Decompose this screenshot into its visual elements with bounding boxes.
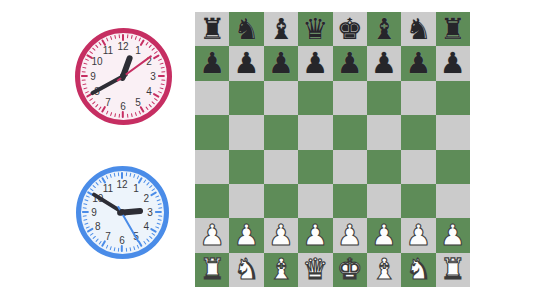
white-bishop[interactable]: ♝ — [371, 255, 397, 284]
black-bishop[interactable]: ♝ — [371, 15, 397, 44]
clock-numeral-9: 9 — [90, 71, 96, 82]
minute-tick — [161, 84, 165, 86]
minute-tick — [82, 215, 86, 216]
white-pawn[interactable]: ♟ — [234, 221, 260, 250]
square-e4[interactable] — [333, 150, 367, 184]
square-c3[interactable] — [264, 184, 298, 218]
square-b8[interactable]: ♞ — [229, 12, 263, 46]
clock-numeral-1: 1 — [133, 182, 139, 193]
clock-numeral-3: 3 — [150, 71, 156, 82]
square-b1[interactable]: ♞ — [229, 253, 263, 287]
minute-tick — [151, 48, 154, 51]
minute-tick — [84, 58, 88, 60]
white-pawn[interactable]: ♟ — [302, 221, 328, 250]
clock-numeral-6: 6 — [119, 235, 125, 246]
square-b4[interactable] — [229, 150, 263, 184]
black-pawn[interactable]: ♟ — [337, 49, 363, 78]
minute-tick — [105, 37, 107, 41]
minute-tick — [83, 203, 87, 205]
white-rook[interactable]: ♜ — [440, 255, 466, 284]
minute-tick — [149, 185, 152, 188]
square-a3[interactable] — [195, 184, 229, 218]
minute-tick — [89, 188, 92, 191]
white-king[interactable]: ♚ — [337, 255, 363, 284]
square-g3[interactable] — [401, 184, 435, 218]
square-h1[interactable]: ♜ — [436, 253, 470, 287]
square-h7[interactable]: ♟ — [436, 46, 470, 80]
minute-tick — [85, 226, 89, 228]
square-h4[interactable] — [436, 150, 470, 184]
square-g5[interactable] — [401, 115, 435, 149]
clock-numeral-1: 1 — [135, 45, 141, 56]
square-a8[interactable]: ♜ — [195, 12, 229, 46]
minute-tick — [85, 195, 89, 197]
clock-numeral-5: 5 — [135, 96, 141, 107]
minute-tick — [95, 44, 98, 47]
square-d3[interactable] — [298, 184, 332, 218]
minute-tick — [134, 36, 136, 40]
minute-tick — [155, 226, 159, 228]
square-d2[interactable]: ♟ — [298, 218, 332, 252]
minute-tick — [143, 241, 146, 244]
black-knight[interactable]: ♞ — [405, 15, 431, 44]
square-f6[interactable] — [367, 81, 401, 115]
minute-tick — [158, 58, 162, 60]
minute-tick — [154, 51, 157, 54]
square-g4[interactable] — [401, 150, 435, 184]
square-f5[interactable] — [367, 115, 401, 149]
minute-tick — [131, 35, 133, 39]
square-c6[interactable] — [264, 81, 298, 115]
square-a2[interactable]: ♟ — [195, 218, 229, 252]
square-c1[interactable]: ♝ — [264, 253, 298, 287]
square-c4[interactable] — [264, 150, 298, 184]
minute-tick — [161, 67, 165, 69]
minute-tick — [84, 91, 88, 93]
square-f2[interactable]: ♟ — [367, 218, 401, 252]
square-d8[interactable]: ♛ — [298, 12, 332, 46]
minute-tick — [158, 219, 162, 221]
minute-tick — [133, 174, 135, 178]
minute-tick — [118, 114, 119, 118]
minute-tick — [113, 173, 115, 177]
clock-center-cap — [120, 73, 126, 79]
clock-numeral-7: 7 — [105, 96, 111, 107]
square-c7[interactable]: ♟ — [264, 46, 298, 80]
minute-tick — [161, 71, 165, 72]
minute-tick — [98, 241, 101, 244]
minute-tick — [157, 199, 161, 201]
square-f8[interactable]: ♝ — [367, 12, 401, 46]
minute-tick — [84, 199, 88, 201]
minute-tick — [98, 107, 101, 110]
minute-tick — [145, 107, 148, 110]
minute-tick — [114, 35, 116, 39]
black-pawn[interactable]: ♟ — [234, 49, 260, 78]
black-king[interactable]: ♚ — [337, 15, 363, 44]
square-a4[interactable] — [195, 150, 229, 184]
black-knight[interactable]: ♞ — [234, 15, 260, 44]
white-rook[interactable]: ♜ — [199, 255, 225, 284]
clock-numeral-11: 11 — [103, 182, 113, 193]
square-g6[interactable] — [401, 81, 435, 115]
minute-tick — [159, 63, 163, 65]
clock-numeral-8: 8 — [95, 221, 101, 232]
minute-tick — [129, 248, 131, 252]
minute-tick — [91, 48, 94, 51]
minute-tick — [158, 215, 162, 216]
white-pawn[interactable]: ♟ — [405, 221, 431, 250]
minute-tick — [158, 203, 162, 205]
black-rook[interactable]: ♜ — [440, 15, 466, 44]
minute-tick — [136, 175, 138, 179]
square-g8[interactable]: ♞ — [401, 12, 435, 46]
clock-numeral-3: 3 — [147, 207, 153, 218]
white-knight[interactable]: ♞ — [234, 255, 260, 284]
minute-tick — [125, 172, 126, 176]
hour-tick — [155, 211, 162, 213]
minute-tick — [82, 207, 86, 208]
clock-numeral-11: 11 — [103, 45, 113, 56]
minute-tick — [82, 67, 86, 69]
square-h6[interactable] — [436, 81, 470, 115]
minute-tick — [84, 223, 88, 225]
minute-tick — [91, 101, 94, 104]
clock-numeral-6: 6 — [120, 101, 126, 112]
minute-tick — [138, 111, 140, 115]
minute-tick — [98, 179, 101, 182]
minute-tick — [136, 245, 138, 249]
black-pawn[interactable]: ♟ — [302, 49, 328, 78]
white-bishop[interactable]: ♝ — [268, 255, 294, 284]
minute-tick — [82, 84, 86, 86]
square-e6[interactable] — [333, 81, 367, 115]
clock-numeral-10: 10 — [91, 56, 102, 67]
minute-tick — [89, 233, 92, 236]
clock-numeral-4: 4 — [143, 221, 149, 232]
clock-numeral-9: 9 — [91, 207, 97, 218]
square-e2[interactable]: ♟ — [333, 218, 367, 252]
clock-numeral-4: 4 — [146, 86, 152, 97]
minute-tick — [105, 175, 107, 179]
square-b7[interactable]: ♟ — [229, 46, 263, 80]
square-e7[interactable]: ♟ — [333, 46, 367, 80]
black-pawn[interactable]: ♟ — [440, 49, 466, 78]
square-b5[interactable] — [229, 115, 263, 149]
black-pawn[interactable]: ♟ — [268, 49, 294, 78]
black-pawn[interactable]: ♟ — [371, 49, 397, 78]
hour-tick — [121, 246, 123, 253]
white-pawn[interactable]: ♟ — [199, 221, 225, 250]
square-c5[interactable] — [264, 115, 298, 149]
minute-tick — [105, 111, 107, 115]
white-knight[interactable]: ♞ — [405, 255, 431, 284]
black-bishop[interactable]: ♝ — [268, 15, 294, 44]
square-g2[interactable]: ♟ — [401, 218, 435, 252]
square-g7[interactable]: ♟ — [401, 46, 435, 80]
minute-tick — [159, 87, 163, 89]
square-c2[interactable]: ♟ — [264, 218, 298, 252]
minute-tick — [92, 185, 95, 188]
square-d7[interactable]: ♟ — [298, 46, 332, 80]
minute-tick — [151, 188, 154, 191]
square-e3[interactable] — [333, 184, 367, 218]
minute-tick — [127, 114, 128, 118]
minute-tick — [155, 195, 159, 197]
black-queen[interactable]: ♛ — [302, 15, 328, 44]
white-queen[interactable]: ♛ — [302, 255, 328, 284]
minute-tick — [117, 248, 118, 252]
square-a6[interactable] — [195, 81, 229, 115]
clock-numeral-12: 12 — [116, 179, 127, 190]
hour-tick — [122, 112, 124, 119]
square-f7[interactable]: ♟ — [367, 46, 401, 80]
square-b6[interactable] — [229, 81, 263, 115]
square-c8[interactable]: ♝ — [264, 12, 298, 46]
black-rook[interactable]: ♜ — [199, 15, 225, 44]
minute-tick — [158, 207, 162, 208]
minute-tick — [113, 248, 115, 252]
square-e1[interactable]: ♚ — [333, 253, 367, 287]
hour-tick — [82, 211, 89, 213]
minute-tick — [146, 182, 149, 185]
minute-tick — [143, 179, 146, 182]
clock-center-cap — [119, 209, 125, 215]
square-a1[interactable]: ♜ — [195, 253, 229, 287]
square-d4[interactable] — [298, 150, 332, 184]
minute-tick — [145, 42, 148, 45]
minute-tick — [105, 245, 107, 249]
square-h5[interactable] — [436, 115, 470, 149]
square-g1[interactable]: ♞ — [401, 253, 435, 287]
square-b3[interactable] — [229, 184, 263, 218]
clock-numeral-12: 12 — [117, 41, 128, 52]
square-d6[interactable] — [298, 81, 332, 115]
minute-tick — [148, 44, 151, 47]
minute-tick — [81, 80, 85, 81]
minute-tick — [154, 98, 157, 101]
white-pawn[interactable]: ♟ — [337, 221, 363, 250]
minute-tick — [134, 112, 136, 116]
minute-tick — [157, 223, 161, 225]
clocks-and-chess-scene: 123456789101112 123456789101112 ♜♞♝♛♚♝♞♜… — [0, 0, 540, 300]
square-f3[interactable] — [367, 184, 401, 218]
square-a7[interactable]: ♟ — [195, 46, 229, 80]
minute-tick — [109, 174, 111, 178]
minute-tick — [95, 104, 98, 107]
minute-tick — [161, 80, 165, 81]
square-h2[interactable]: ♟ — [436, 218, 470, 252]
minute-tick — [158, 91, 162, 93]
minute-tick — [95, 239, 98, 242]
black-pawn[interactable]: ♟ — [405, 49, 431, 78]
square-f1[interactable]: ♝ — [367, 253, 401, 287]
analog-clock-pink: 123456789101112 — [75, 28, 172, 125]
minute-tick — [98, 42, 101, 45]
minute-tick — [83, 63, 87, 65]
white-pawn[interactable]: ♟ — [440, 221, 466, 250]
square-d5[interactable] — [298, 115, 332, 149]
analog-clock-blue: 123456789101112 — [76, 166, 169, 259]
minute-tick — [117, 172, 118, 176]
square-e8[interactable]: ♚ — [333, 12, 367, 46]
minute-tick — [92, 236, 95, 239]
square-a5[interactable] — [195, 115, 229, 149]
black-pawn[interactable]: ♟ — [199, 49, 225, 78]
minute-tick — [146, 239, 149, 242]
square-h3[interactable] — [436, 184, 470, 218]
minute-tick — [89, 51, 92, 54]
minute-tick — [89, 98, 92, 101]
square-e5[interactable] — [333, 115, 367, 149]
white-pawn[interactable]: ♟ — [371, 221, 397, 250]
minute-tick — [110, 36, 112, 40]
chess-board[interactable]: ♜♞♝♛♚♝♞♜♟♟♟♟♟♟♟♟♟♟♟♟♟♟♟♟♜♞♝♛♚♝♞♜ — [195, 12, 470, 287]
minute-tick — [83, 87, 87, 89]
white-pawn[interactable]: ♟ — [268, 221, 294, 250]
minute-tick — [118, 34, 119, 38]
square-d1[interactable]: ♛ — [298, 253, 332, 287]
minute-tick — [148, 104, 151, 107]
minute-tick — [151, 233, 154, 236]
minute-tick — [131, 114, 133, 118]
minute-tick — [133, 247, 135, 251]
minute-tick — [149, 236, 152, 239]
square-b2[interactable]: ♟ — [229, 218, 263, 252]
minute-tick — [125, 248, 126, 252]
square-f4[interactable] — [367, 150, 401, 184]
minute-tick — [127, 34, 128, 38]
minute-tick — [83, 219, 87, 221]
minute-tick — [110, 112, 112, 116]
minute-tick — [109, 247, 111, 251]
square-h8[interactable]: ♜ — [436, 12, 470, 46]
minute-tick — [151, 101, 154, 104]
minute-tick — [138, 37, 140, 41]
minute-tick — [129, 173, 131, 177]
minute-tick — [95, 182, 98, 185]
hour-tick — [158, 75, 165, 77]
hour-tick — [81, 75, 88, 77]
clock-numeral-2: 2 — [143, 193, 149, 204]
clock-numeral-7: 7 — [105, 231, 111, 242]
minute-tick — [114, 114, 116, 118]
minute-tick — [81, 71, 85, 72]
